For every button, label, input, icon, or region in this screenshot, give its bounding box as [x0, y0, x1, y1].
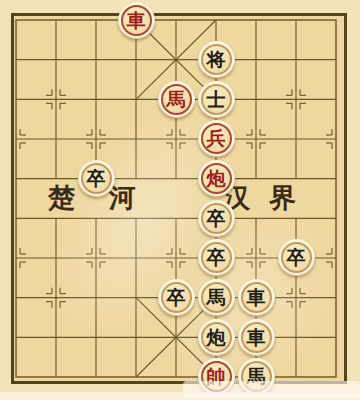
red-general-glyph: 帥 — [207, 367, 226, 386]
black-soldier-glyph: 卒 — [207, 209, 226, 228]
black-soldier-glyph: 卒 — [167, 288, 186, 307]
red-soldier-face: 兵 — [201, 123, 232, 154]
river-label-han-jie: 汉界 — [223, 185, 315, 212]
black-horse-glyph: 馬 — [207, 288, 226, 307]
red-general-face: 帥 — [201, 361, 232, 392]
black-horse-face: 馬 — [241, 361, 272, 392]
piece-black-soldier[interactable]: 卒 — [78, 160, 115, 197]
page-bottom-strip — [0, 392, 360, 400]
red-soldier-glyph: 兵 — [207, 129, 226, 148]
black-soldier-face: 卒 — [281, 242, 312, 273]
black-soldier-face: 卒 — [161, 282, 192, 313]
black-advisor-glyph: 士 — [207, 90, 226, 109]
black-horse-face: 馬 — [201, 282, 232, 313]
red-chariot-face: 車 — [121, 5, 152, 36]
piece-black-soldier[interactable]: 卒 — [278, 239, 315, 276]
piece-black-soldier[interactable]: 卒 — [198, 200, 235, 237]
piece-black-advisor[interactable]: 士 — [198, 81, 235, 118]
piece-black-horse[interactable]: 馬 — [198, 279, 235, 316]
xiangqi-board[interactable]: 楚河 汉界 車将馬士兵卒炮卒卒卒卒馬車炮車帥馬 — [0, 0, 360, 400]
piece-red-cannon[interactable]: 炮 — [198, 160, 235, 197]
black-soldier-face: 卒 — [201, 203, 232, 234]
black-soldier-face: 卒 — [81, 163, 112, 194]
piece-red-horse[interactable]: 馬 — [158, 81, 195, 118]
piece-black-chariot[interactable]: 車 — [238, 319, 275, 356]
piece-black-soldier[interactable]: 卒 — [158, 279, 195, 316]
black-chariot-face: 車 — [241, 322, 272, 353]
black-advisor-face: 士 — [201, 84, 232, 115]
red-cannon-face: 炮 — [201, 163, 232, 194]
black-soldier-glyph: 卒 — [287, 248, 306, 267]
black-general-face: 将 — [201, 44, 232, 75]
black-general-glyph: 将 — [207, 50, 226, 69]
piece-red-soldier[interactable]: 兵 — [198, 120, 235, 157]
black-soldier-glyph: 卒 — [87, 169, 106, 188]
piece-black-soldier[interactable]: 卒 — [198, 239, 235, 276]
piece-red-chariot[interactable]: 車 — [118, 2, 155, 39]
piece-black-horse[interactable]: 馬 — [238, 358, 275, 395]
black-soldier-glyph: 卒 — [207, 248, 226, 267]
piece-red-general[interactable]: 帥 — [198, 358, 235, 395]
black-cannon-glyph: 炮 — [207, 328, 226, 347]
black-cannon-face: 炮 — [201, 322, 232, 353]
red-horse-glyph: 馬 — [167, 90, 186, 109]
black-chariot-face: 車 — [241, 282, 272, 313]
red-chariot-glyph: 車 — [127, 11, 146, 30]
black-horse-glyph: 馬 — [247, 367, 266, 386]
black-chariot-glyph: 車 — [247, 288, 266, 307]
black-soldier-face: 卒 — [201, 242, 232, 273]
black-chariot-glyph: 車 — [247, 328, 266, 347]
red-horse-face: 馬 — [161, 84, 192, 115]
red-cannon-glyph: 炮 — [207, 169, 226, 188]
piece-black-cannon[interactable]: 炮 — [198, 319, 235, 356]
piece-black-chariot[interactable]: 車 — [238, 279, 275, 316]
piece-black-general[interactable]: 将 — [198, 41, 235, 78]
